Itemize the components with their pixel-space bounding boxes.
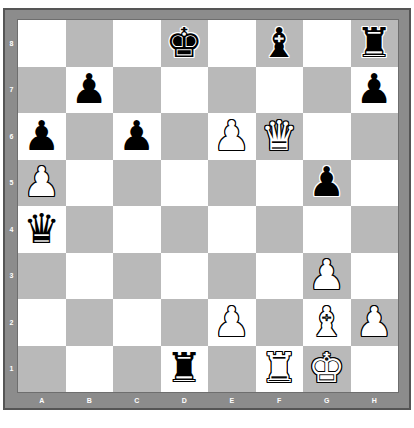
rank-label-7: 7 [5,67,18,114]
square-h8[interactable]: ♜ [351,20,399,67]
square-f4[interactable] [256,206,304,253]
file-label-d: D [161,392,209,408]
square-d6[interactable] [161,113,209,160]
square-a8[interactable] [18,20,66,67]
piece-white-pawn: ♟ [213,302,250,343]
square-f7[interactable] [256,67,304,114]
square-a5[interactable]: ♟ [18,160,66,207]
piece-white-pawn: ♟ [23,162,60,203]
rank-label-6: 6 [5,113,18,160]
square-e8[interactable] [208,20,256,67]
piece-white-king: ♚ [308,348,345,389]
square-d8[interactable]: ♚ [161,20,209,67]
square-e1[interactable] [208,346,256,393]
square-h4[interactable] [351,206,399,253]
square-a6[interactable]: ♟ [18,113,66,160]
square-c8[interactable] [113,20,161,67]
square-d4[interactable] [161,206,209,253]
square-c6[interactable]: ♟ [113,113,161,160]
square-a2[interactable] [18,299,66,346]
file-label-h: H [351,392,399,408]
square-b3[interactable] [66,253,114,300]
square-a3[interactable] [18,253,66,300]
file-label-f: F [256,392,304,408]
square-b1[interactable] [66,346,114,393]
square-g2[interactable]: ♝ [303,299,351,346]
square-c5[interactable] [113,160,161,207]
piece-black-bishop: ♝ [261,23,298,64]
piece-white-bishop: ♝ [308,302,345,343]
square-g4[interactable] [303,206,351,253]
piece-black-pawn: ♟ [71,69,108,110]
piece-black-pawn: ♟ [356,69,393,110]
piece-white-queen: ♛ [261,116,298,157]
square-b5[interactable] [66,160,114,207]
square-a4[interactable]: ♛ [18,206,66,253]
piece-white-pawn: ♟ [308,255,345,296]
square-b7[interactable]: ♟ [66,67,114,114]
file-label-c: C [113,392,161,408]
square-g1[interactable]: ♚ [303,346,351,393]
rank-label-3: 3 [5,253,18,300]
square-f5[interactable] [256,160,304,207]
square-h1[interactable] [351,346,399,393]
piece-black-queen: ♛ [23,209,60,250]
square-h3[interactable] [351,253,399,300]
square-d7[interactable] [161,67,209,114]
file-label-b: B [66,392,114,408]
square-c1[interactable] [113,346,161,393]
square-g5[interactable]: ♟ [303,160,351,207]
square-h2[interactable]: ♟ [351,299,399,346]
square-a1[interactable] [18,346,66,393]
square-c4[interactable] [113,206,161,253]
square-b4[interactable] [66,206,114,253]
square-g7[interactable] [303,67,351,114]
square-c2[interactable] [113,299,161,346]
piece-black-rook: ♜ [356,23,393,64]
file-labels: ABCDEFGH [18,392,398,408]
square-b8[interactable] [66,20,114,67]
square-b2[interactable] [66,299,114,346]
square-g8[interactable] [303,20,351,67]
square-b6[interactable] [66,113,114,160]
square-d1[interactable]: ♜ [161,346,209,393]
square-h5[interactable] [351,160,399,207]
square-d5[interactable] [161,160,209,207]
square-f1[interactable]: ♜ [256,346,304,393]
rank-label-1: 1 [5,346,18,393]
square-d2[interactable] [161,299,209,346]
rank-label-4: 4 [5,206,18,253]
piece-black-king: ♚ [166,23,203,64]
rank-label-5: 5 [5,160,18,207]
piece-white-pawn: ♟ [213,116,250,157]
square-e2[interactable]: ♟ [208,299,256,346]
rank-label-8: 8 [5,20,18,67]
square-e5[interactable] [208,160,256,207]
piece-black-rook: ♜ [166,348,203,389]
chessboard-widget: 87654321 ♚♝♜♟♟♟♟♟♛♟♟♛♟♟♝♟♜♜♚ ABCDEFGH [3,8,411,410]
square-g6[interactable] [303,113,351,160]
square-g3[interactable]: ♟ [303,253,351,300]
square-e7[interactable] [208,67,256,114]
square-f2[interactable] [256,299,304,346]
square-c7[interactable] [113,67,161,114]
piece-white-pawn: ♟ [356,302,393,343]
square-f3[interactable] [256,253,304,300]
file-label-g: G [303,392,351,408]
piece-black-pawn: ♟ [23,116,60,157]
file-label-e: E [208,392,256,408]
square-e3[interactable] [208,253,256,300]
square-h6[interactable] [351,113,399,160]
square-f6[interactable]: ♛ [256,113,304,160]
rank-label-2: 2 [5,299,18,346]
square-e6[interactable]: ♟ [208,113,256,160]
piece-black-pawn: ♟ [118,116,155,157]
rank-labels: 87654321 [5,20,18,392]
square-c3[interactable] [113,253,161,300]
piece-white-rook: ♜ [261,348,298,389]
board-frame: 87654321 ♚♝♜♟♟♟♟♟♛♟♟♛♟♟♝♟♜♜♚ ABCDEFGH [3,8,411,410]
square-f8[interactable]: ♝ [256,20,304,67]
square-h7[interactable]: ♟ [351,67,399,114]
file-label-a: A [18,392,66,408]
chessboard: ♚♝♜♟♟♟♟♟♛♟♟♛♟♟♝♟♜♜♚ [18,20,398,392]
square-d3[interactable] [161,253,209,300]
square-a7[interactable] [18,67,66,114]
piece-black-pawn: ♟ [308,162,345,203]
square-e4[interactable] [208,206,256,253]
